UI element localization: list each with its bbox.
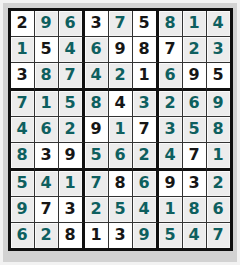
sudoku-cell-r7c2[interactable]: 4 [35,171,59,197]
sudoku-cell-r1c7[interactable]: 8 [159,11,183,37]
sudoku-cell-r6c5[interactable]: 6 [109,143,133,171]
sudoku-cell-r1c3[interactable]: 6 [59,11,85,37]
sudoku-cell-r4c4[interactable]: 8 [85,91,109,117]
sudoku-cell-r1c4[interactable]: 3 [85,11,109,37]
sudoku-cell-r1c6[interactable]: 5 [133,11,159,37]
sudoku-cell-r7c1[interactable]: 5 [11,171,35,197]
sudoku-cell-r9c8[interactable]: 4 [183,223,207,248]
sudoku-cell-r2c3[interactable]: 4 [59,37,85,63]
sudoku-cell-r5c4[interactable]: 9 [85,117,109,143]
sudoku-board: 2963758141546987233874216957158432694629… [8,8,233,251]
sudoku-cell-r7c5[interactable]: 8 [109,171,133,197]
sudoku-cell-r7c3[interactable]: 1 [59,171,85,197]
sudoku-cell-r8c6[interactable]: 4 [133,197,159,223]
sudoku-cell-r2c4[interactable]: 6 [85,37,109,63]
sudoku-cell-r3c5[interactable]: 2 [109,63,133,91]
sudoku-cell-r5c6[interactable]: 7 [133,117,159,143]
sudoku-cell-r9c5[interactable]: 3 [109,223,133,248]
sudoku-cell-r5c2[interactable]: 6 [35,117,59,143]
sudoku-cell-r4c9[interactable]: 9 [207,91,230,117]
sudoku-cell-r8c4[interactable]: 2 [85,197,109,223]
sudoku-cell-r4c2[interactable]: 1 [35,91,59,117]
sudoku-cell-r1c2[interactable]: 9 [35,11,59,37]
sudoku-cell-r6c8[interactable]: 7 [183,143,207,171]
sudoku-cell-r3c8[interactable]: 9 [183,63,207,91]
sudoku-cell-r2c1[interactable]: 1 [11,37,35,63]
sudoku-cell-r6c9[interactable]: 1 [207,143,230,171]
sudoku-cell-r1c5[interactable]: 7 [109,11,133,37]
sudoku-cell-r4c1[interactable]: 7 [11,91,35,117]
sudoku-cell-r2c7[interactable]: 7 [159,37,183,63]
sudoku-cell-r8c2[interactable]: 7 [35,197,59,223]
sudoku-cell-r7c8[interactable]: 3 [183,171,207,197]
sudoku-cell-r2c9[interactable]: 3 [207,37,230,63]
sudoku-cell-r9c3[interactable]: 8 [59,223,85,248]
sudoku-cell-r8c8[interactable]: 8 [183,197,207,223]
sudoku-cell-r8c1[interactable]: 9 [11,197,35,223]
sudoku-cell-r9c7[interactable]: 5 [159,223,183,248]
sudoku-cell-r2c5[interactable]: 9 [109,37,133,63]
sudoku-cell-r3c7[interactable]: 6 [159,63,183,91]
sudoku-cell-r5c8[interactable]: 5 [183,117,207,143]
sudoku-cell-r7c9[interactable]: 2 [207,171,230,197]
sudoku-cell-r9c2[interactable]: 2 [35,223,59,248]
sudoku-cell-r1c1[interactable]: 2 [11,11,35,37]
sudoku-cell-r2c2[interactable]: 5 [35,37,59,63]
sudoku-cell-r8c5[interactable]: 5 [109,197,133,223]
sudoku-cell-r3c9[interactable]: 5 [207,63,230,91]
sudoku-cell-r9c9[interactable]: 7 [207,223,230,248]
sudoku-cell-r1c9[interactable]: 4 [207,11,230,37]
sudoku-cell-r7c4[interactable]: 7 [85,171,109,197]
sudoku-cell-r5c3[interactable]: 2 [59,117,85,143]
sudoku-cell-r6c6[interactable]: 2 [133,143,159,171]
sudoku-cell-r3c4[interactable]: 4 [85,63,109,91]
sudoku-cell-r6c3[interactable]: 9 [59,143,85,171]
sudoku-cell-r7c7[interactable]: 9 [159,171,183,197]
sudoku-cell-r3c2[interactable]: 8 [35,63,59,91]
sudoku-cell-r6c4[interactable]: 5 [85,143,109,171]
sudoku-cell-r9c4[interactable]: 1 [85,223,109,248]
sudoku-cell-r9c1[interactable]: 6 [11,223,35,248]
sudoku-cell-r6c2[interactable]: 3 [35,143,59,171]
sudoku-cell-r3c1[interactable]: 3 [11,63,35,91]
sudoku-cell-r6c7[interactable]: 4 [159,143,183,171]
sudoku-cell-r9c6[interactable]: 9 [133,223,159,248]
sudoku-cell-r4c5[interactable]: 4 [109,91,133,117]
sudoku-cell-r6c1[interactable]: 8 [11,143,35,171]
sudoku-cell-r8c7[interactable]: 1 [159,197,183,223]
sudoku-cell-r8c9[interactable]: 6 [207,197,230,223]
sudoku-cell-r5c7[interactable]: 3 [159,117,183,143]
sudoku-cell-r4c7[interactable]: 2 [159,91,183,117]
sudoku-cell-r5c1[interactable]: 4 [11,117,35,143]
sudoku-cell-r4c3[interactable]: 5 [59,91,85,117]
sudoku-window: 2963758141546987233874216957158432694629… [0,0,240,265]
sudoku-cell-r2c6[interactable]: 8 [133,37,159,63]
sudoku-cell-r8c3[interactable]: 3 [59,197,85,223]
sudoku-cell-r5c5[interactable]: 1 [109,117,133,143]
sudoku-cell-r3c6[interactable]: 1 [133,63,159,91]
sudoku-cell-r4c8[interactable]: 6 [183,91,207,117]
sudoku-cell-r5c9[interactable]: 8 [207,117,230,143]
sudoku-cell-r2c8[interactable]: 2 [183,37,207,63]
sudoku-cell-r4c6[interactable]: 3 [133,91,159,117]
sudoku-cell-r3c3[interactable]: 7 [59,63,85,91]
sudoku-cell-r1c8[interactable]: 1 [183,11,207,37]
sudoku-cell-r7c6[interactable]: 6 [133,171,159,197]
